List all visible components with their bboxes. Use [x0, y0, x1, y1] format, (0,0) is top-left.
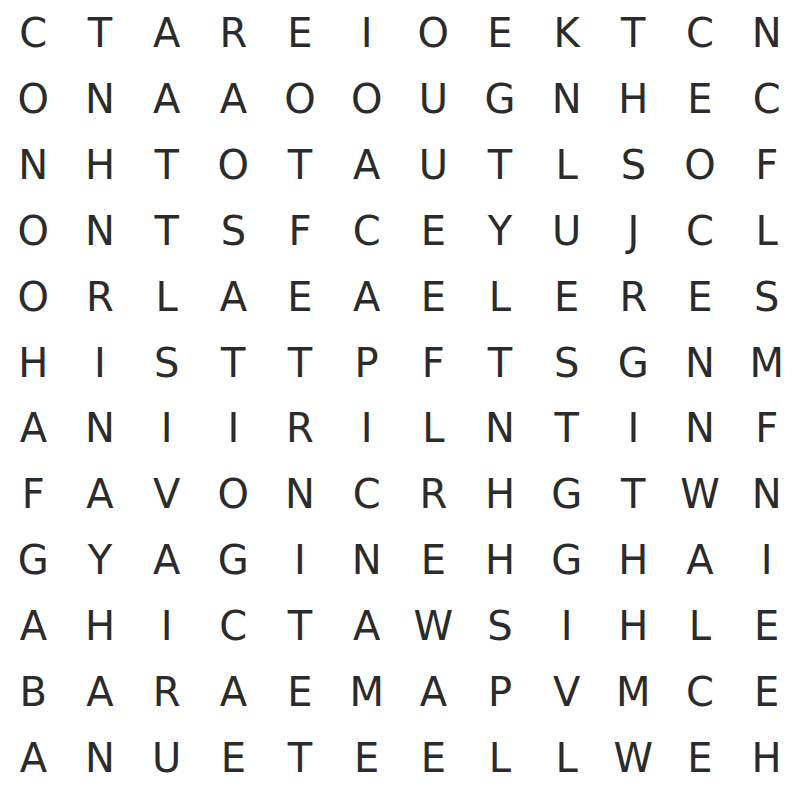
- grid-cell[interactable]: N: [267, 461, 334, 527]
- grid-cell[interactable]: J: [600, 198, 667, 264]
- grid-cell[interactable]: H: [600, 66, 667, 132]
- grid-cell[interactable]: A: [67, 659, 134, 725]
- grid-cell[interactable]: A: [333, 264, 400, 330]
- grid-cell[interactable]: U: [533, 198, 600, 264]
- grid-cell[interactable]: I: [200, 395, 267, 461]
- grid-cell[interactable]: A: [0, 725, 67, 791]
- grid-cell[interactable]: C: [733, 66, 800, 132]
- grid-cell[interactable]: E: [667, 264, 734, 330]
- grid-cell[interactable]: H: [467, 461, 534, 527]
- grid-cell[interactable]: I: [333, 0, 400, 66]
- grid-cell[interactable]: U: [400, 132, 467, 198]
- grid-cell[interactable]: W: [400, 593, 467, 659]
- grid-cell[interactable]: M: [600, 659, 667, 725]
- grid-cell[interactable]: A: [200, 66, 267, 132]
- grid-cell[interactable]: R: [267, 395, 334, 461]
- grid-cell[interactable]: V: [133, 461, 200, 527]
- grid-cell[interactable]: F: [0, 461, 67, 527]
- grid-cell[interactable]: L: [133, 264, 200, 330]
- grid-cell[interactable]: T: [133, 198, 200, 264]
- grid-cell[interactable]: H: [600, 593, 667, 659]
- grid-cell[interactable]: H: [467, 527, 534, 593]
- grid-cell[interactable]: K: [533, 0, 600, 66]
- grid-cell[interactable]: E: [467, 0, 534, 66]
- grid-cell[interactable]: T: [267, 725, 334, 791]
- grid-cell[interactable]: A: [67, 461, 134, 527]
- grid-cell[interactable]: E: [400, 264, 467, 330]
- grid-cell[interactable]: E: [267, 659, 334, 725]
- grid-cell[interactable]: I: [533, 593, 600, 659]
- grid-cell[interactable]: N: [467, 395, 534, 461]
- grid-cell[interactable]: E: [267, 0, 334, 66]
- grid-cell[interactable]: T: [467, 330, 534, 396]
- grid-cell[interactable]: V: [533, 659, 600, 725]
- grid-cell[interactable]: E: [400, 198, 467, 264]
- grid-cell[interactable]: T: [200, 330, 267, 396]
- grid-cell[interactable]: S: [533, 330, 600, 396]
- grid-cell[interactable]: P: [333, 330, 400, 396]
- grid-cell[interactable]: A: [133, 66, 200, 132]
- grid-cell[interactable]: T: [600, 0, 667, 66]
- grid-cell[interactable]: F: [733, 132, 800, 198]
- grid-cell[interactable]: L: [400, 395, 467, 461]
- grid-cell[interactable]: O: [0, 66, 67, 132]
- grid-cell[interactable]: I: [67, 330, 134, 396]
- grid-cell[interactable]: E: [267, 264, 334, 330]
- grid-cell[interactable]: N: [67, 66, 134, 132]
- grid-cell[interactable]: A: [200, 659, 267, 725]
- grid-cell[interactable]: H: [67, 132, 134, 198]
- grid-cell[interactable]: E: [667, 66, 734, 132]
- grid-cell[interactable]: A: [0, 593, 67, 659]
- grid-cell[interactable]: L: [467, 725, 534, 791]
- grid-cell[interactable]: C: [333, 461, 400, 527]
- grid-cell[interactable]: E: [400, 527, 467, 593]
- grid-cell[interactable]: G: [533, 527, 600, 593]
- grid-cell[interactable]: E: [667, 725, 734, 791]
- word-search-board: CTAREIOEKTCNONAAOOUGNHECNHTOTAUTLSOFONTS…: [0, 0, 800, 791]
- grid-cell[interactable]: P: [467, 659, 534, 725]
- grid-cell[interactable]: E: [533, 264, 600, 330]
- grid-cell[interactable]: N: [667, 330, 734, 396]
- grid-cell[interactable]: F: [733, 395, 800, 461]
- grid-cell[interactable]: T: [600, 461, 667, 527]
- grid-cell[interactable]: S: [133, 330, 200, 396]
- grid-cell[interactable]: G: [533, 461, 600, 527]
- grid-cell[interactable]: A: [0, 395, 67, 461]
- grid-cell[interactable]: T: [267, 330, 334, 396]
- grid-cell[interactable]: I: [733, 527, 800, 593]
- grid-cell[interactable]: N: [667, 395, 734, 461]
- grid-cell[interactable]: N: [733, 461, 800, 527]
- grid-cell[interactable]: M: [733, 330, 800, 396]
- grid-cell[interactable]: H: [67, 593, 134, 659]
- grid-cell[interactable]: C: [200, 593, 267, 659]
- grid-cell[interactable]: L: [467, 264, 534, 330]
- grid-cell[interactable]: A: [400, 659, 467, 725]
- grid-cell[interactable]: A: [333, 593, 400, 659]
- grid-cell[interactable]: L: [733, 198, 800, 264]
- grid-cell[interactable]: S: [467, 593, 534, 659]
- grid-cell[interactable]: F: [400, 330, 467, 396]
- grid-cell[interactable]: I: [600, 395, 667, 461]
- grid-cell[interactable]: L: [533, 132, 600, 198]
- grid-cell[interactable]: N: [67, 395, 134, 461]
- grid-cell[interactable]: C: [0, 0, 67, 66]
- grid-cell[interactable]: S: [600, 132, 667, 198]
- grid-cell[interactable]: M: [333, 659, 400, 725]
- grid-cell[interactable]: R: [600, 264, 667, 330]
- grid-cell[interactable]: A: [133, 527, 200, 593]
- grid-cell[interactable]: W: [600, 725, 667, 791]
- grid-cell[interactable]: T: [533, 395, 600, 461]
- grid-cell[interactable]: G: [0, 527, 67, 593]
- grid-cell[interactable]: C: [667, 659, 734, 725]
- grid-cell[interactable]: R: [133, 659, 200, 725]
- grid-cell[interactable]: S: [733, 264, 800, 330]
- grid-cell[interactable]: U: [133, 725, 200, 791]
- grid-cell[interactable]: O: [400, 0, 467, 66]
- grid-cell[interactable]: E: [733, 659, 800, 725]
- grid-cell[interactable]: C: [667, 198, 734, 264]
- grid-cell[interactable]: F: [267, 198, 334, 264]
- grid-cell[interactable]: T: [133, 132, 200, 198]
- grid-cell[interactable]: I: [267, 527, 334, 593]
- grid-cell[interactable]: R: [67, 264, 134, 330]
- grid-cell[interactable]: A: [333, 132, 400, 198]
- grid-cell[interactable]: E: [733, 593, 800, 659]
- grid-cell[interactable]: E: [400, 725, 467, 791]
- grid-cell[interactable]: A: [133, 0, 200, 66]
- grid-cell[interactable]: Y: [467, 198, 534, 264]
- grid-cell[interactable]: N: [67, 198, 134, 264]
- grid-cell[interactable]: S: [200, 198, 267, 264]
- grid-cell[interactable]: C: [333, 198, 400, 264]
- grid-cell[interactable]: A: [200, 264, 267, 330]
- grid-cell[interactable]: T: [467, 132, 534, 198]
- grid-cell[interactable]: B: [0, 659, 67, 725]
- grid-cell[interactable]: H: [0, 330, 67, 396]
- grid-cell[interactable]: O: [0, 264, 67, 330]
- grid-cell[interactable]: U: [400, 66, 467, 132]
- grid-cell[interactable]: R: [400, 461, 467, 527]
- grid-cell[interactable]: A: [667, 527, 734, 593]
- grid-cell[interactable]: N: [733, 0, 800, 66]
- grid-cell[interactable]: O: [200, 461, 267, 527]
- grid-cell[interactable]: W: [667, 461, 734, 527]
- grid-cell[interactable]: N: [67, 725, 134, 791]
- grid-cell[interactable]: T: [267, 593, 334, 659]
- grid-cell[interactable]: N: [0, 132, 67, 198]
- grid-cell[interactable]: I: [133, 395, 200, 461]
- grid-cell[interactable]: N: [333, 527, 400, 593]
- grid-cell[interactable]: L: [533, 725, 600, 791]
- grid-cell[interactable]: G: [467, 66, 534, 132]
- grid-cell[interactable]: Y: [67, 527, 134, 593]
- grid-cell[interactable]: H: [600, 527, 667, 593]
- grid-cell[interactable]: N: [533, 66, 600, 132]
- grid-cell[interactable]: T: [67, 0, 134, 66]
- grid-cell[interactable]: H: [733, 725, 800, 791]
- grid-cell[interactable]: T: [267, 132, 334, 198]
- grid-cell[interactable]: O: [200, 132, 267, 198]
- grid-cell[interactable]: E: [333, 725, 400, 791]
- grid-cell[interactable]: O: [0, 198, 67, 264]
- grid-cell[interactable]: O: [667, 132, 734, 198]
- grid-cell[interactable]: I: [133, 593, 200, 659]
- grid-cell[interactable]: O: [333, 66, 400, 132]
- grid-cell[interactable]: C: [667, 0, 734, 66]
- grid-cell[interactable]: G: [600, 330, 667, 396]
- grid-cell[interactable]: L: [667, 593, 734, 659]
- grid-cell[interactable]: I: [333, 395, 400, 461]
- grid-cell[interactable]: E: [200, 725, 267, 791]
- grid-cell[interactable]: R: [200, 0, 267, 66]
- grid-cell[interactable]: G: [200, 527, 267, 593]
- grid-cell[interactable]: O: [267, 66, 334, 132]
